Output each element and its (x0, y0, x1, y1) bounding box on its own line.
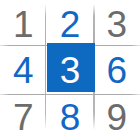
sudoku-cell-grid: 1 2 3 4 3 6 7 8 9 (0, 0, 140, 140)
sudoku-cell-r3c3[interactable]: 9 (93, 93, 140, 140)
sudoku-cell-r1c2[interactable]: 2 (47, 0, 94, 47)
sudoku-cell-r3c1[interactable]: 7 (0, 93, 47, 140)
sudoku-board: 1 2 3 4 3 6 7 8 9 (0, 0, 140, 140)
sudoku-cell-r2c1[interactable]: 4 (0, 47, 47, 94)
sudoku-cell-r3c2[interactable]: 8 (47, 93, 94, 140)
sudoku-cell-r2c2-selected[interactable]: 3 (47, 47, 94, 94)
sudoku-cell-r1c3[interactable]: 3 (93, 0, 140, 47)
sudoku-cell-r2c3[interactable]: 6 (93, 47, 140, 94)
sudoku-cell-r1c1[interactable]: 1 (0, 0, 47, 47)
